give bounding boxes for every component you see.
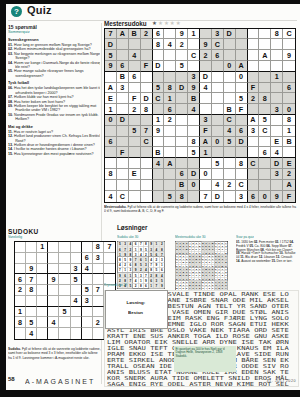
mestersudoku-cell: D (188, 169, 200, 180)
mestersudoku-cell (224, 147, 236, 158)
page-edge-left (0, 0, 6, 397)
mestersudoku-cell (200, 104, 212, 115)
sudoku-cell (93, 296, 104, 307)
mestersudoku-cell (259, 137, 271, 148)
mestersudoku-cell: 1 (164, 93, 176, 104)
sudoku-cell: 5 (26, 317, 37, 328)
mestersudoku-cell: 3 (200, 115, 212, 126)
mestersudoku-cell: 6 (212, 50, 224, 61)
mestersudoku-cell (259, 83, 271, 94)
sudoku-cell (71, 253, 82, 264)
mestersudoku-cell: 5 (188, 147, 200, 158)
mestersudoku-cell: 3 (236, 191, 248, 202)
mestersudoku-cell: 1 (283, 126, 295, 137)
sudoku-cell (82, 242, 93, 253)
mestersudoku-cell: 8 (188, 137, 200, 148)
sudoku-cell (37, 317, 48, 328)
mestersudoku-cell (164, 61, 176, 72)
mestersudoku-cell: 0 (200, 169, 212, 180)
mestersudoku-cell: 4 (212, 180, 224, 191)
sudoku-cell (48, 296, 59, 307)
mestersudoku-cell (259, 180, 271, 191)
sudoku-cell (59, 296, 70, 307)
mestersudoku-cell: 1 (188, 29, 200, 40)
sudoku-cell (104, 264, 115, 275)
mestersudoku-cell: F (283, 191, 295, 202)
mestersudoku-cell: 0 (188, 180, 200, 191)
sudoku-cell (26, 242, 37, 253)
mestersudoku-cell (248, 137, 260, 148)
mestersudoku-cell: A (164, 158, 176, 169)
mestersudoku-cell: E (105, 93, 117, 104)
mestersudoku-cell (224, 72, 236, 83)
mestersudoku-cell (212, 72, 224, 83)
mestersudoku-cell (188, 158, 200, 169)
mestersudoku-cell: 9 (283, 50, 295, 61)
mestersudoku-cell (164, 29, 176, 40)
sudoku-cell: 3 (93, 253, 104, 264)
mestersudoku-cell (271, 126, 283, 137)
sudoku-cell (37, 296, 48, 307)
sudoku-cell (48, 328, 59, 339)
sudoku-cell: 7 (93, 285, 104, 296)
mestersudoku-cell (259, 169, 271, 180)
sudoku-cell (15, 296, 26, 307)
mestersudoku-cell: 6 (236, 126, 248, 137)
mestersudoku-cell: 2 (248, 93, 260, 104)
mestersudoku-cell (212, 115, 224, 126)
sudoku-cell (15, 242, 26, 253)
sudoku-cell (59, 242, 70, 253)
sudoku-cell (48, 285, 59, 296)
mestersudoku-cell: 8 (236, 158, 248, 169)
mestersudoku-cell: 9 (188, 83, 200, 94)
mestersudoku-cell: B (129, 29, 141, 40)
mestersudoku-cell (259, 39, 271, 50)
sudoku-caption: Sudoku. Fyll ut feltene slik at de vannr… (8, 347, 102, 377)
mestersudoku-cell (176, 137, 188, 148)
mestersudoku-cell: A (117, 29, 129, 40)
mestersudoku-cell: C (141, 137, 153, 148)
mestersudoku-cell: 5 (212, 158, 224, 169)
mestersudoku-cell (153, 50, 165, 61)
sudoku-cell (15, 253, 26, 264)
mestersudoku-cell: B (224, 104, 236, 115)
mestersudoku-cell (117, 104, 129, 115)
mestersudoku-cell (236, 39, 248, 50)
mestersudoku-cell (224, 83, 236, 94)
mestersudoku-cell (141, 115, 153, 126)
mestersudoku-cell (117, 158, 129, 169)
sudoku-cell (93, 274, 104, 285)
mestersudoku-grid: 7AB26913D8CD8429C54C26A996FD50AB63D01A35… (104, 28, 296, 203)
mestersudoku-cell (153, 169, 165, 180)
mestersudoku-cell (259, 61, 271, 72)
quiz-question: 12. Hvilket land produserer vinen Ch. Ke… (8, 134, 100, 143)
mestersudoku-cell (283, 72, 295, 83)
mestersudoku-cell (188, 115, 200, 126)
mestersudoku-cell: D (271, 158, 283, 169)
sudoku-cell (59, 317, 70, 328)
sudoku-cell (59, 264, 70, 275)
mestersudoku-cell: 6 (153, 29, 165, 40)
mestersudoku-cell: C (153, 93, 165, 104)
mestersudoku-cell (164, 147, 176, 158)
quiz-section-heading: Mat og drikke (8, 125, 100, 129)
mestersudoku-cell (188, 191, 200, 202)
mestersudoku-cell (200, 158, 212, 169)
mestersudoku-cell (212, 93, 224, 104)
mestersudoku-cell (153, 180, 165, 191)
mestersudoku-cell: 8 (176, 191, 188, 202)
sudoku-cell (82, 328, 93, 339)
mestersudoku-cell: D (212, 191, 224, 202)
sudoku-cell (15, 328, 26, 339)
mestersudoku-cell (141, 83, 153, 94)
mestersudoku-cell: 8 (105, 169, 117, 180)
mestersudoku-cell: 3 (271, 104, 283, 115)
mestersudoku-cell (200, 29, 212, 40)
issue-date: 31. JULI 2020 (266, 378, 296, 383)
mestersudoku-cell: C (188, 50, 200, 61)
mestersudoku-cell (248, 147, 260, 158)
solution-sudoku-thumbnail: 5346789126721953481983425678597614234268… (117, 241, 165, 289)
mestersudoku-cell (236, 169, 248, 180)
mestersudoku-cell (105, 147, 117, 158)
mestersudoku-cell: D (176, 83, 188, 94)
mestersudoku-cell (105, 72, 117, 83)
sudoku-cell (93, 328, 104, 339)
sudoku-cell (104, 253, 115, 264)
sudoku-cell: 7 (104, 242, 115, 253)
mestersudoku-cell: 4 (271, 147, 283, 158)
mestersudoku-cell (188, 61, 200, 72)
mestersudoku-cell: 1 (200, 147, 212, 158)
mestersudoku-cell (129, 180, 141, 191)
mestersudoku-cell: A (200, 137, 212, 148)
mestersudoku-cell (164, 50, 176, 61)
mestersudoku-cell: C (212, 39, 224, 50)
sudoku-cell (37, 307, 48, 318)
mestersudoku-cell: A (105, 83, 117, 94)
mestersudoku-cell: 8 (271, 29, 283, 40)
mestersudoku-cell (248, 72, 260, 83)
magazine-puzzle-page: ? Quiz 15 spørsmål Sommerquiz Svenskegre… (0, 0, 300, 397)
sudoku-cell: 4 (26, 328, 37, 339)
mestersudoku-cell: A (248, 115, 260, 126)
quiz-answers: 01. 1630 km 02. Fem meter 03. I 1752 04.… (236, 240, 297, 292)
mestersudoku-cell: D (200, 72, 212, 83)
mestersudoku-cell: 4 (164, 39, 176, 50)
mestersudoku-cell (212, 147, 224, 158)
mestersudoku-cell (212, 126, 224, 137)
mestersudoku-cell (248, 39, 260, 50)
quiz-section-heading: Tysk fotball (8, 81, 100, 85)
quiz-question: 15. Hva kjennetegner den mest populære r… (8, 152, 100, 156)
mestersudoku-cell (164, 126, 176, 137)
mestersudoku-cell (224, 39, 236, 50)
question-circle-icon: ? (11, 6, 22, 17)
mestersudoku-cell: E (283, 158, 295, 169)
mestersudoku-cell (271, 61, 283, 72)
mestersudoku-cell (200, 61, 212, 72)
mestersudoku-cell (248, 50, 260, 61)
mestersudoku-cell: 0 (283, 104, 295, 115)
magazine-name: A-MAGASINET (25, 378, 225, 384)
quiz-question: 06. Hva het den tyske landslagskeeperen … (8, 86, 100, 95)
mestersudoku-cell: 4 (153, 158, 165, 169)
mestersudoku-cell: 6 (283, 83, 295, 94)
mestersudoku-cell: 1 (153, 115, 165, 126)
mestersudoku-cell: D (105, 39, 117, 50)
mestersudoku-cell: 2 (141, 29, 153, 40)
mestersudoku-cell (224, 169, 236, 180)
sudoku-cell: 7 (26, 274, 37, 285)
sudoku-cell (59, 253, 70, 264)
mestersudoku-cell (176, 126, 188, 137)
mestersudoku-cell: C (224, 115, 236, 126)
mestersudoku-cell (141, 50, 153, 61)
mestersudoku-cell: B (153, 147, 165, 158)
mestersudoku-cell (259, 104, 271, 115)
sudoku-cell: 6 (15, 274, 26, 285)
sudoku-cell (26, 307, 37, 318)
crossword-answer-label: Løsning: (127, 300, 146, 305)
mestersudoku-cell: 0 (224, 61, 236, 72)
mestersudoku-cell (105, 180, 117, 191)
sudoku-cell (71, 242, 82, 253)
mestersudoku-cell (271, 83, 283, 94)
sudoku-cell: 6 (82, 253, 93, 264)
mestersudoku-cell (188, 126, 200, 137)
mestersudoku-cell: 5 (236, 93, 248, 104)
mestersudoku-cell: 7 (105, 29, 117, 40)
sudoku-cell: 4 (48, 317, 59, 328)
mestersudoku-cell: F (129, 93, 141, 104)
page-title: Quiz (27, 4, 52, 16)
sudoku-cell: 2 (15, 285, 26, 296)
mestersudoku-cell (176, 158, 188, 169)
sudoku-cell: 5 (71, 274, 82, 285)
sudoku-cell (48, 253, 59, 264)
mestersudoku-cell: D (236, 137, 248, 148)
mestersudoku-cell: 0 (236, 72, 248, 83)
mestersudoku-cell: 2 (200, 50, 212, 61)
sudoku-cell (48, 242, 59, 253)
quiz-questions: Svenskegrensen01. Hvor lang er grensen m… (8, 38, 100, 156)
quiz-question: 04. Hvem var konge i Danmark-Norge da de… (8, 60, 100, 69)
mestersudoku-cell (141, 72, 153, 83)
mestersudoku-cell (236, 50, 248, 61)
mestersudoku-cell (200, 180, 212, 191)
mestersudoku-cell: 6 (105, 137, 117, 148)
mestersudoku-cell: 9 (153, 126, 165, 137)
sudoku-cell (71, 307, 82, 318)
mestersudoku-cell (224, 93, 236, 104)
sudoku-cell (59, 328, 70, 339)
sudoku-cell (37, 264, 48, 275)
mestersudoku-cell (141, 169, 153, 180)
mestersudoku-cell: 6 (129, 72, 141, 83)
mestersudoku-cell: 1 (271, 72, 283, 83)
mestersudoku-cell (153, 137, 165, 148)
mestersudoku-cell (271, 93, 283, 104)
sudoku-cell (15, 264, 26, 275)
crossword-answer-box: Løsning: Bestun (105, 290, 168, 329)
page-edge-bottom (0, 390, 300, 397)
mestersudoku-cell (129, 137, 141, 148)
mestersudoku-cell: 5 (129, 126, 141, 137)
mestersudoku-cell: 4 (188, 104, 200, 115)
sudoku-cell (82, 317, 93, 328)
mestersudoku-cell: F (236, 104, 248, 115)
mestersudoku-cell (105, 158, 117, 169)
sudoku-cell: 5 (59, 307, 70, 318)
mestersudoku-cell: C (259, 126, 271, 137)
sudoku-cell: 8 (15, 317, 26, 328)
mestersudoku-cell (224, 191, 236, 202)
sudoku-grid: 18763934679528574315485424 (14, 241, 116, 340)
mestersudoku-cell: B (117, 72, 129, 83)
mestersudoku-cell (141, 158, 153, 169)
solution-mestersudoku-thumbnail: 0123456789ABCDEF456789ABCDEF012389ABCDEF… (175, 241, 228, 294)
mestersudoku-cell: 4 (200, 83, 212, 94)
mestersudoku-cell (117, 137, 129, 148)
mestersudoku-cell (164, 169, 176, 180)
page-number: 58 (8, 376, 15, 382)
mestersudoku-cell (117, 39, 129, 50)
mestersudoku-cell (248, 180, 260, 191)
sudoku-cell (71, 285, 82, 296)
mestersudoku-cell (176, 50, 188, 61)
mestersudoku-cell: 8 (153, 39, 165, 50)
quiz-column: 15 spørsmål Sommerquiz Svenskegrensen01.… (8, 25, 100, 228)
mestersudoku-cell: 0 (212, 137, 224, 148)
mestersudoku-cell (141, 191, 153, 202)
sudoku-cell: 4 (71, 296, 82, 307)
mestersudoku-cell: 3 (271, 169, 283, 180)
sudoku-cell (26, 296, 37, 307)
mestersudoku-cell (129, 115, 141, 126)
sudoku-cell (37, 253, 48, 264)
mestersudoku-cell: C (236, 180, 248, 191)
sudoku-cell: 3 (82, 296, 93, 307)
mestersudoku-cell: F (200, 126, 212, 137)
mestersudoku-cell: 4 (129, 50, 141, 61)
mestersudoku-cell: 9 (271, 191, 283, 202)
mestersudoku-cell (153, 191, 165, 202)
mestersudoku-cell: 6 (176, 169, 188, 180)
mestersudoku-cell: 6 (248, 191, 260, 202)
mestersudoku-cell: 2 (176, 39, 188, 50)
mestersudoku-cell (271, 115, 283, 126)
mestersudoku-cell (212, 83, 224, 94)
mestersudoku-cell (105, 126, 117, 137)
quiz-question: 03. Når begynte merkingen av riksgrensen… (8, 51, 100, 60)
mestersudoku-cell: 6 (259, 147, 271, 158)
quiz-subtitle: Sommerquiz (8, 30, 100, 34)
mestersudoku-cell (176, 104, 188, 115)
mestersudoku-cell: D (224, 29, 236, 40)
mestersudoku-cell: E (129, 169, 141, 180)
mestersudoku-cell (129, 147, 141, 158)
mestersudoku-cell: 2 (164, 115, 176, 126)
sudoku-cell (93, 264, 104, 275)
sudoku-cell (59, 285, 70, 296)
mestersudoku-cell: 6 (117, 61, 129, 72)
mestersudoku-cell (283, 39, 295, 50)
mestersudoku-cell (176, 72, 188, 83)
mestersudoku-cell (117, 126, 129, 137)
mestersudoku-cell: E (271, 137, 283, 148)
sudoku-cell (37, 328, 48, 339)
mestersudoku-cell: F (248, 83, 260, 94)
mestersudoku-cell (129, 191, 141, 202)
mestersudoku-cell (224, 50, 236, 61)
mestersudoku-cell: B (176, 180, 188, 191)
mestersudoku-cell (259, 158, 271, 169)
sudoku-cell (48, 307, 59, 318)
mestersudoku-cell (259, 72, 271, 83)
mestersudoku-cell (188, 39, 200, 50)
sudoku-cell: 4 (82, 264, 93, 275)
mestersudoku-cell: C (283, 29, 295, 40)
mestersudoku-cell: A (259, 50, 271, 61)
mestersudoku-cell: 3 (117, 83, 129, 94)
mestersudoku-cell (212, 104, 224, 115)
sudoku-cell (26, 253, 37, 264)
solution-sudoku-label: Sudoku uke 30 (117, 235, 165, 241)
mestersudoku-cell (259, 29, 271, 40)
mestersudoku-cell: B (188, 93, 200, 104)
mestersudoku-cell: 1 (105, 104, 117, 115)
mestersudoku-cell (153, 72, 165, 83)
sudoku-cell: 3 (71, 264, 82, 275)
solution-mestersudoku-label: Mestersudoku uke 30 (175, 235, 233, 241)
mestersudoku-cell (153, 104, 165, 115)
mestersudoku-cell: 3 (212, 29, 224, 40)
mestersudoku-cell (271, 50, 283, 61)
mestersudoku-cell (141, 147, 153, 158)
mestersudoku-cell: 2 (283, 169, 295, 180)
mestersudoku-cell: 9 (105, 61, 117, 72)
mestersudoku-cell (283, 147, 295, 158)
mestersudoku-cell (164, 180, 176, 191)
mestersudoku-cell (248, 169, 260, 180)
mestersudoku-cell: 8 (141, 104, 153, 115)
mestersudoku-cell (129, 39, 141, 50)
sudoku-cell: 2 (93, 317, 104, 328)
mestersudoku-cell (283, 61, 295, 72)
mestersudoku-cell (129, 158, 141, 169)
quiz-count: 15 spørsmål (8, 25, 100, 29)
mestersudoku-cell (236, 29, 248, 40)
sudoku-heading: SUDOKU (8, 228, 39, 235)
quiz-section-heading: Svenskegrensen (8, 38, 100, 42)
mestersudoku-cell (164, 137, 176, 148)
mestersudoku-cell: F (141, 61, 153, 72)
sudoku-cell (71, 328, 82, 339)
mestersudoku-cell (212, 169, 224, 180)
mestersudoku-cell: D (117, 115, 129, 126)
mestersudoku-cell (164, 72, 176, 83)
mestersudoku-cell: 5 (259, 115, 271, 126)
mestersudoku-cell (236, 83, 248, 94)
mestersudoku-cell: 0 (259, 191, 271, 202)
mestersudoku-cell (248, 29, 260, 40)
mestersudoku-cell (283, 93, 295, 104)
mestersudoku-cell: C (248, 158, 260, 169)
